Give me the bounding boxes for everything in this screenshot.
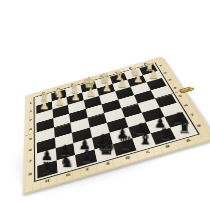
board-frame: HGFEDCBA HGFEDCBA 12345678 12345678 ♜♞♝♚… [22, 57, 210, 194]
square-c3 [115, 87, 134, 100]
rank-labels-left-label: 5 [26, 134, 34, 144]
square-a3 [146, 78, 166, 90]
square-f2: ♟ [67, 93, 84, 105]
square-g2: ♟ [51, 97, 67, 109]
file-labels-far-label: F [67, 82, 78, 88]
rank-labels-left-label: 7 [26, 156, 35, 168]
file-labels-far-label: C [110, 69, 122, 75]
rank-labels-left-label: 3 [27, 116, 35, 125]
piece-black-bishop: ♝ [79, 147, 94, 163]
rank-labels-left-label: 8 [26, 168, 35, 180]
rank-labels-left-label: 1 [27, 99, 34, 107]
piece-white-pawn: ♟ [102, 82, 112, 93]
rank-labels-right-label: 8 [192, 120, 206, 131]
piece-white-pawn: ♟ [86, 87, 96, 98]
square-c4 [118, 95, 138, 108]
file-labels-far-label: E [81, 77, 93, 83]
square-e3 [83, 96, 101, 109]
square-a2: ♟ [142, 71, 161, 83]
piece-white-pawn: ♟ [133, 73, 143, 84]
square-b3 [130, 82, 150, 94]
file-labels-far: HGFEDCBA [36, 60, 153, 98]
rank-labels-right-label: 1 [156, 62, 166, 69]
square-g4 [53, 113, 71, 127]
square-d2: ♟ [97, 84, 115, 96]
square-h2: ♟ [36, 101, 52, 114]
square-b2: ♟ [127, 75, 146, 87]
square-d5 [104, 108, 124, 122]
rank-labels-right-label: 4 [169, 84, 181, 92]
piece-white-pawn: ♟ [55, 96, 65, 107]
clasp-ring-icon [187, 87, 195, 92]
piece-black-rook: ♜ [41, 161, 54, 175]
chessboard: HGFEDCBA HGFEDCBA 12345678 12345678 ♜♞♝♚… [1, 10, 206, 202]
board-tilt: HGFEDCBA HGFEDCBA 12345678 12345678 ♜♞♝♚… [22, 57, 210, 194]
file-labels-far-label: A [139, 61, 152, 67]
square-e4 [85, 104, 104, 118]
file-labels-far-label: D [95, 73, 107, 79]
square-d3 [99, 91, 118, 104]
square-g6 [54, 133, 73, 149]
file-labels-far-label: B [124, 65, 136, 71]
piece-white-pawn: ♟ [117, 78, 127, 89]
rank-labels-right-label: 7 [186, 110, 200, 120]
piece-white-pawn: ♟ [71, 91, 81, 102]
square-e2: ♟ [82, 88, 99, 100]
piece-white-pawn: ♟ [149, 69, 159, 80]
rank-labels-left-label: 6 [26, 145, 35, 156]
file-labels-far-label: H [38, 90, 49, 97]
piece-black-rook: ♜ [179, 121, 192, 135]
rank-labels-left: 12345678 [24, 98, 36, 182]
piece-black-pawn: ♟ [59, 143, 71, 156]
square-h4 [37, 118, 54, 132]
square-f3 [68, 100, 85, 113]
square-h3 [36, 109, 52, 122]
rank-labels-left-label: 4 [27, 125, 35, 134]
file-labels-far-label: G [52, 86, 63, 92]
piece-white-pawn: ♟ [39, 100, 49, 111]
square-c2: ♟ [112, 80, 130, 92]
square-g3 [52, 105, 69, 118]
product-photo: HGFEDCBA HGFEDCBA 12345678 12345678 ♜♞♝♚… [0, 0, 210, 202]
rank-labels-right-label: 6 [180, 101, 193, 110]
rank-labels-left-label: 2 [27, 107, 34, 115]
rank-labels-right-label: 2 [160, 69, 171, 76]
rank-labels-right-label: 3 [164, 76, 175, 84]
